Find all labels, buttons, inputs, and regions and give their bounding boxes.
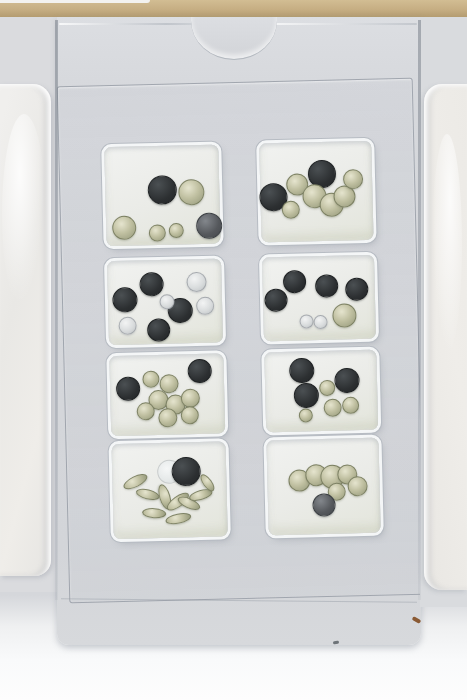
kraft-highlight: [0, 0, 150, 3]
right-blister-pocket: [424, 84, 467, 590]
pit-r3c1[interactable]: [109, 353, 225, 436]
stone-dark[interactable]: [187, 359, 212, 384]
plastic-wrinkle-highlight: [2, 114, 46, 314]
stone-green[interactable]: [158, 408, 177, 427]
stone-dark[interactable]: [171, 456, 201, 486]
stone-green[interactable]: [347, 476, 367, 496]
gem-tray-photo: [0, 0, 467, 700]
stone-clear[interactable]: [314, 314, 328, 328]
stone-clear[interactable]: [119, 316, 137, 334]
tray-seam-left: [55, 20, 58, 600]
pit-r1c2[interactable]: [259, 141, 373, 243]
stone-green[interactable]: [332, 303, 357, 328]
pit-r2c1[interactable]: [107, 258, 223, 345]
stone-dark[interactable]: [315, 274, 339, 298]
hang-notch: [191, 17, 277, 60]
stone-green[interactable]: [333, 186, 356, 209]
main-blister-tray: [57, 17, 421, 645]
stone-green[interactable]: [299, 408, 313, 422]
stone-dark[interactable]: [334, 367, 360, 393]
stone-gray[interactable]: [312, 493, 336, 517]
right-blister-tray: [420, 17, 467, 607]
pit-r4c1[interactable]: [111, 441, 227, 539]
stone-gray[interactable]: [195, 213, 222, 240]
stone-dark[interactable]: [289, 358, 315, 384]
tray-seam-right: [418, 20, 421, 600]
stone-clear[interactable]: [196, 297, 214, 315]
stone-green[interactable]: [180, 406, 198, 424]
stone-clear[interactable]: [299, 314, 313, 328]
stone-green-marquise[interactable]: [142, 508, 167, 519]
left-blister-pocket: [0, 84, 51, 576]
pit-r4c2[interactable]: [266, 438, 380, 536]
pit-r3c2[interactable]: [264, 350, 378, 433]
blister-panel: [57, 78, 426, 604]
left-blister-tray: [0, 17, 57, 592]
stone-green-marquise[interactable]: [135, 487, 161, 502]
stone-dark[interactable]: [112, 287, 138, 313]
stone-green[interactable]: [142, 371, 159, 388]
stone-dark[interactable]: [307, 159, 336, 188]
stone-dark[interactable]: [116, 376, 141, 401]
stone-green[interactable]: [112, 216, 137, 241]
stone-green-marquise[interactable]: [165, 511, 192, 526]
stone-green[interactable]: [324, 398, 342, 416]
stone-green[interactable]: [180, 389, 199, 408]
board: [58, 79, 424, 602]
stone-green[interactable]: [137, 402, 155, 420]
stone-green[interactable]: [342, 397, 359, 414]
plastic-sheen-highlight: [432, 134, 462, 354]
stone-clear[interactable]: [186, 272, 206, 292]
stone-green[interactable]: [149, 224, 166, 241]
stone-dark[interactable]: [265, 288, 289, 312]
stone-green[interactable]: [178, 178, 205, 205]
stone-dark[interactable]: [283, 270, 307, 294]
stone-green[interactable]: [343, 169, 363, 189]
stone-dark[interactable]: [345, 278, 369, 302]
stone-green[interactable]: [168, 223, 183, 238]
stone-dark[interactable]: [147, 175, 177, 205]
stone-green[interactable]: [319, 380, 335, 396]
stone-dark[interactable]: [147, 318, 171, 342]
stone-green[interactable]: [282, 201, 300, 219]
stone-dark[interactable]: [140, 271, 165, 296]
pit-r1c1[interactable]: [104, 144, 220, 246]
stone-dark[interactable]: [294, 383, 320, 409]
kraft-cardboard-edge: [0, 0, 467, 17]
pit-r2c2[interactable]: [262, 255, 376, 342]
